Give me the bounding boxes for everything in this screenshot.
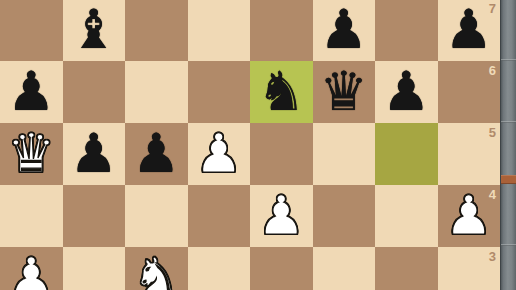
white-pawn-piece[interactable]: ♟ [445,185,493,247]
scrollbar-separator [501,244,516,246]
white-queen-piece[interactable]: ♛ [7,123,55,185]
rank-coordinate-7: 7 [489,1,496,16]
square-b7[interactable]: ♝ [63,0,126,61]
square-e3[interactable] [250,247,313,290]
square-c7[interactable] [125,0,188,61]
black-bishop-piece[interactable]: ♝ [70,0,118,61]
square-b5[interactable]: ♟ [63,123,126,185]
square-h6[interactable]: 6 [438,61,501,123]
rank-coordinate-6: 6 [489,63,496,78]
square-h4[interactable]: ♟4 [438,185,501,247]
square-a7[interactable] [0,0,63,61]
square-f5[interactable] [313,123,376,185]
white-pawn-piece[interactable]: ♟ [257,185,305,247]
square-f7[interactable]: ♟ [313,0,376,61]
white-pawn-piece[interactable]: ♟ [7,247,55,290]
black-pawn-piece[interactable]: ♟ [445,0,493,61]
rank-coordinate-3: 3 [489,249,496,264]
scrollbar-separator [501,59,516,61]
square-d5[interactable]: ♟ [188,123,251,185]
square-a6[interactable]: ♟ [0,61,63,123]
square-c3[interactable]: ♞ [125,247,188,290]
rank-coordinate-4: 4 [489,187,496,202]
square-e4[interactable]: ♟ [250,185,313,247]
square-b3[interactable] [63,247,126,290]
square-f3[interactable] [313,247,376,290]
square-a5[interactable]: ♛ [0,123,63,185]
white-pawn-piece[interactable]: ♟ [195,123,243,185]
square-d3[interactable] [188,247,251,290]
square-g4[interactable] [375,185,438,247]
scrollbar-separator [501,121,516,123]
black-pawn-piece[interactable]: ♟ [132,123,180,185]
square-h3[interactable]: 3 [438,247,501,290]
black-pawn-piece[interactable]: ♟ [382,61,430,123]
square-c5[interactable]: ♟ [125,123,188,185]
square-d6[interactable] [188,61,251,123]
square-g3[interactable] [375,247,438,290]
square-e5[interactable] [250,123,313,185]
square-b6[interactable] [63,61,126,123]
black-pawn-piece[interactable]: ♟ [70,123,118,185]
chess-board-viewport: ♝♟♟7♟♞♛♟6♛♟♟♟5♟♟4♟♞3 [0,0,516,290]
chess-board: ♝♟♟7♟♞♛♟6♛♟♟♟5♟♟4♟♞3 [0,0,500,290]
square-d7[interactable] [188,0,251,61]
black-pawn-piece[interactable]: ♟ [7,61,55,123]
black-pawn-piece[interactable]: ♟ [320,0,368,61]
square-f4[interactable] [313,185,376,247]
square-e7[interactable] [250,0,313,61]
square-c6[interactable] [125,61,188,123]
square-d4[interactable] [188,185,251,247]
square-g5[interactable] [375,123,438,185]
square-f6[interactable]: ♛ [313,61,376,123]
black-queen-piece[interactable]: ♛ [320,61,368,123]
square-h5[interactable]: 5 [438,123,501,185]
square-h7[interactable]: ♟7 [438,0,501,61]
square-a4[interactable] [0,185,63,247]
square-c4[interactable] [125,185,188,247]
square-e6[interactable]: ♞ [250,61,313,123]
square-a3[interactable]: ♟ [0,247,63,290]
rank-coordinate-5: 5 [489,125,496,140]
scrollbar-position-marker [501,175,516,184]
square-g7[interactable] [375,0,438,61]
scrollbar[interactable] [500,0,516,290]
black-knight-piece[interactable]: ♞ [257,61,305,123]
square-g6[interactable]: ♟ [375,61,438,123]
square-b4[interactable] [63,185,126,247]
white-knight-piece[interactable]: ♞ [132,247,180,290]
